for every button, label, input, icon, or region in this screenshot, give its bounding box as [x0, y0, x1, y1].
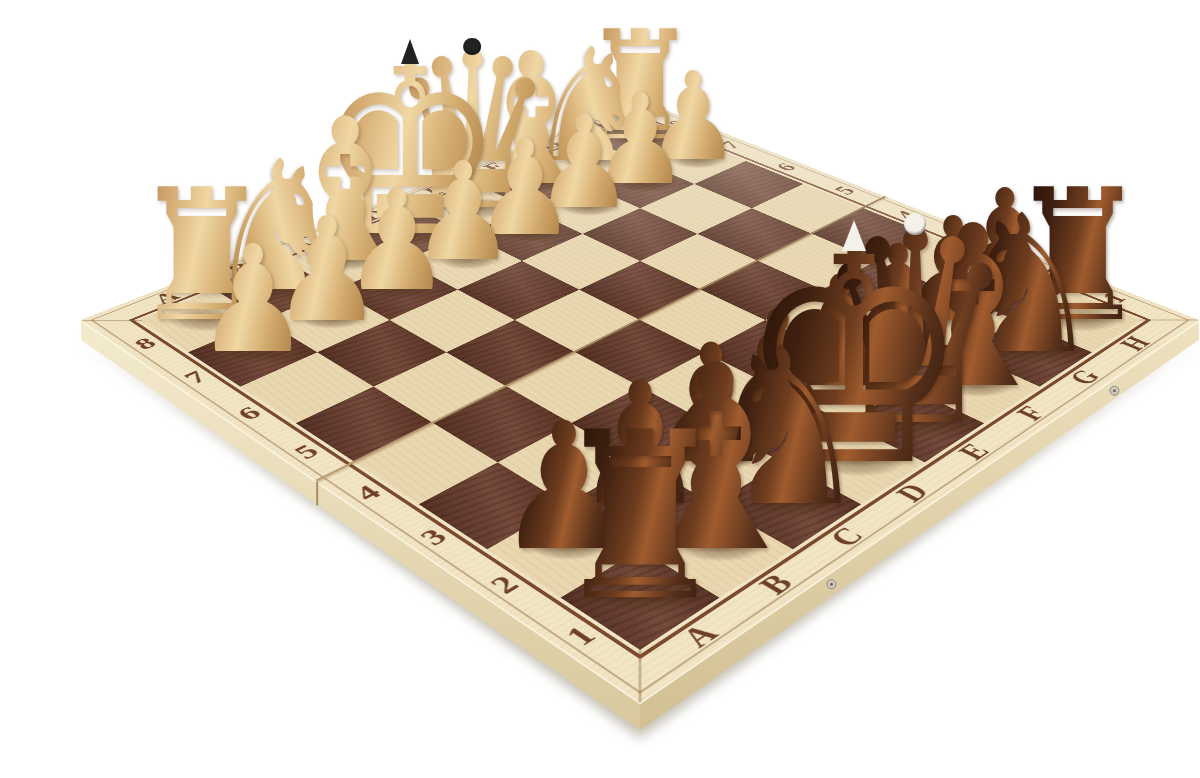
light-pawn-glyph: ♟: [195, 226, 309, 374]
pieces-layer: ♜♞♝♚♛♝♞♜♟♟♟♟♟♟♟♟♜♝♞♚♛♝♞♜♟♟♟♟♟♟♟♟: [0, 0, 1200, 778]
chess-set-photo-scene: 88AA77BB66CC55DD44EE33FF22GG11HH ♜♞♝♚♛♝♞…: [0, 0, 1200, 778]
dark-rook-glyph: ♜: [551, 402, 729, 633]
dark-king-cone-finial: [842, 220, 866, 251]
light-king-cone-finial: [401, 39, 419, 64]
